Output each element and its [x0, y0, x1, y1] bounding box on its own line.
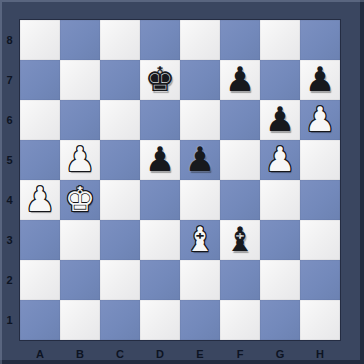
file-label-f: F — [220, 347, 260, 362]
square-a4[interactable]: ♟ — [20, 180, 60, 220]
square-h4[interactable] — [300, 180, 340, 220]
white-bishop[interactable]: ♝ — [185, 219, 215, 259]
black-pawn[interactable]: ♟ — [265, 99, 295, 139]
square-c8[interactable] — [100, 20, 140, 60]
square-b4[interactable]: ♚ — [60, 180, 100, 220]
chess-diagram: ♚♟♟♟♟♟♟♟♟♟♚♝♝ 87654321ABCDEFGH — [0, 0, 364, 364]
rank-label-4: 4 — [0, 180, 19, 220]
square-h3[interactable] — [300, 220, 340, 260]
square-a8[interactable] — [20, 20, 60, 60]
square-g8[interactable] — [260, 20, 300, 60]
square-f4[interactable] — [220, 180, 260, 220]
square-d1[interactable] — [140, 300, 180, 340]
white-pawn[interactable]: ♟ — [65, 139, 95, 179]
square-g6[interactable]: ♟ — [260, 100, 300, 140]
square-d2[interactable] — [140, 260, 180, 300]
square-d3[interactable] — [140, 220, 180, 260]
square-a3[interactable] — [20, 220, 60, 260]
file-label-h: H — [300, 347, 340, 362]
black-pawn[interactable]: ♟ — [305, 59, 335, 99]
file-label-d: D — [140, 347, 180, 362]
white-pawn[interactable]: ♟ — [265, 139, 295, 179]
square-g5[interactable]: ♟ — [260, 140, 300, 180]
square-a6[interactable] — [20, 100, 60, 140]
rank-label-2: 2 — [0, 260, 19, 300]
chess-board: ♚♟♟♟♟♟♟♟♟♟♚♝♝ — [20, 20, 340, 340]
file-label-e: E — [180, 347, 220, 362]
white-king[interactable]: ♚ — [65, 179, 95, 219]
square-h8[interactable] — [300, 20, 340, 60]
square-g4[interactable] — [260, 180, 300, 220]
square-h1[interactable] — [300, 300, 340, 340]
square-c4[interactable] — [100, 180, 140, 220]
square-e4[interactable] — [180, 180, 220, 220]
square-d8[interactable] — [140, 20, 180, 60]
white-pawn[interactable]: ♟ — [25, 179, 55, 219]
square-b2[interactable] — [60, 260, 100, 300]
square-a2[interactable] — [20, 260, 60, 300]
black-pawn[interactable]: ♟ — [145, 139, 175, 179]
square-b8[interactable] — [60, 20, 100, 60]
square-f1[interactable] — [220, 300, 260, 340]
rank-label-7: 7 — [0, 60, 19, 100]
rank-label-5: 5 — [0, 140, 19, 180]
square-f7[interactable]: ♟ — [220, 60, 260, 100]
square-b7[interactable] — [60, 60, 100, 100]
square-c6[interactable] — [100, 100, 140, 140]
rank-label-3: 3 — [0, 220, 19, 260]
square-h2[interactable] — [300, 260, 340, 300]
square-e2[interactable] — [180, 260, 220, 300]
square-e8[interactable] — [180, 20, 220, 60]
square-a5[interactable] — [20, 140, 60, 180]
black-king[interactable]: ♚ — [145, 59, 175, 99]
square-f2[interactable] — [220, 260, 260, 300]
rank-label-8: 8 — [0, 20, 19, 60]
square-c7[interactable] — [100, 60, 140, 100]
square-g7[interactable] — [260, 60, 300, 100]
square-b6[interactable] — [60, 100, 100, 140]
square-h7[interactable]: ♟ — [300, 60, 340, 100]
file-label-b: B — [60, 347, 100, 362]
black-bishop[interactable]: ♝ — [225, 219, 255, 259]
square-c1[interactable] — [100, 300, 140, 340]
square-f3[interactable]: ♝ — [220, 220, 260, 260]
square-b1[interactable] — [60, 300, 100, 340]
square-g2[interactable] — [260, 260, 300, 300]
square-e7[interactable] — [180, 60, 220, 100]
square-d7[interactable]: ♚ — [140, 60, 180, 100]
square-e1[interactable] — [180, 300, 220, 340]
square-c3[interactable] — [100, 220, 140, 260]
square-g3[interactable] — [260, 220, 300, 260]
black-pawn[interactable]: ♟ — [225, 59, 255, 99]
black-pawn[interactable]: ♟ — [185, 139, 215, 179]
square-d5[interactable]: ♟ — [140, 140, 180, 180]
square-h5[interactable] — [300, 140, 340, 180]
square-e3[interactable]: ♝ — [180, 220, 220, 260]
square-c2[interactable] — [100, 260, 140, 300]
white-pawn[interactable]: ♟ — [305, 99, 335, 139]
square-e5[interactable]: ♟ — [180, 140, 220, 180]
square-h6[interactable]: ♟ — [300, 100, 340, 140]
square-g1[interactable] — [260, 300, 300, 340]
square-a1[interactable] — [20, 300, 60, 340]
square-a7[interactable] — [20, 60, 60, 100]
square-b5[interactable]: ♟ — [60, 140, 100, 180]
square-d6[interactable] — [140, 100, 180, 140]
rank-label-1: 1 — [0, 300, 19, 340]
square-f6[interactable] — [220, 100, 260, 140]
square-d4[interactable] — [140, 180, 180, 220]
square-c5[interactable] — [100, 140, 140, 180]
square-b3[interactable] — [60, 220, 100, 260]
rank-label-6: 6 — [0, 100, 19, 140]
square-f5[interactable] — [220, 140, 260, 180]
square-e6[interactable] — [180, 100, 220, 140]
file-label-a: A — [20, 347, 60, 362]
square-f8[interactable] — [220, 20, 260, 60]
file-label-c: C — [100, 347, 140, 362]
file-label-g: G — [260, 347, 300, 362]
